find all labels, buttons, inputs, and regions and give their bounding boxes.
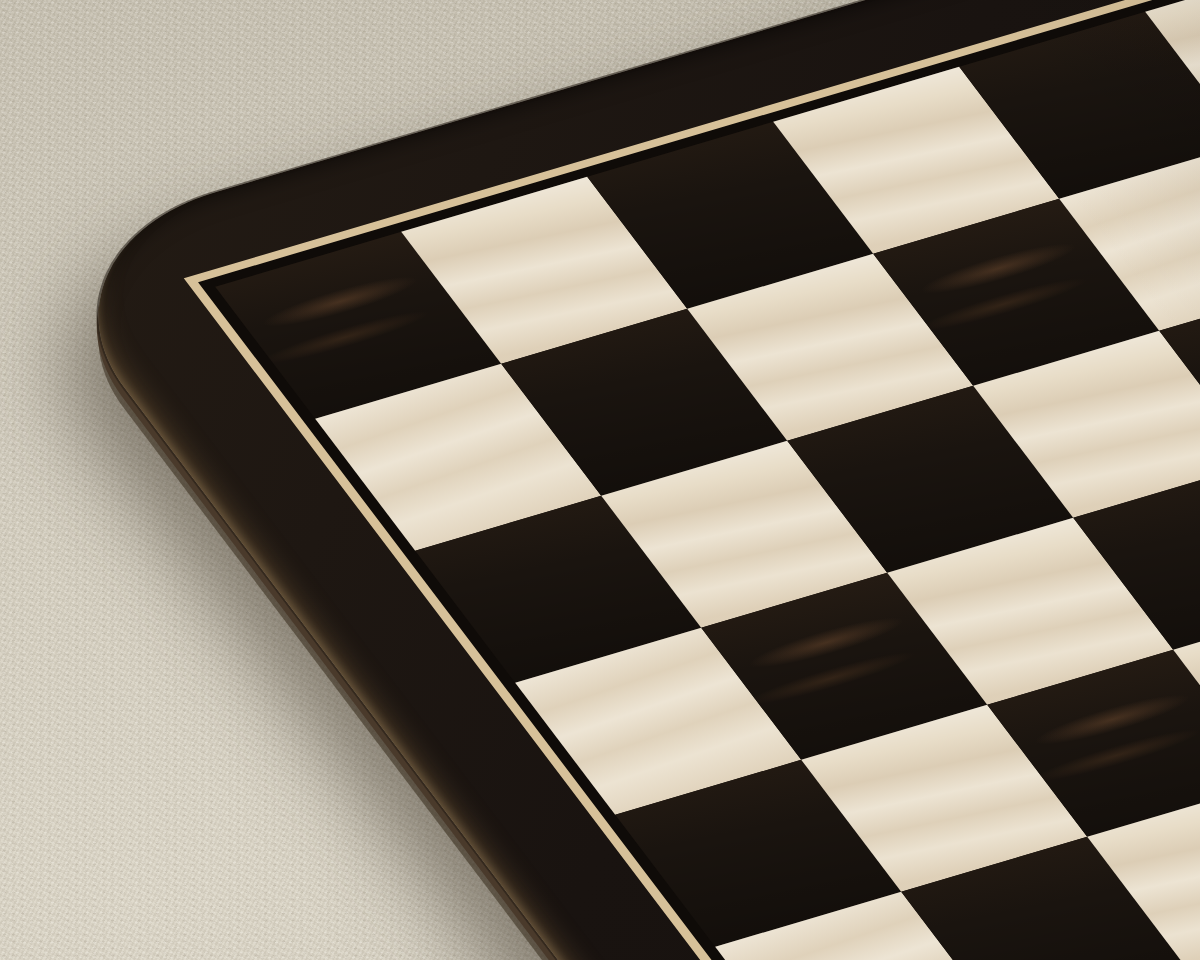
chessboard-photo-scene — [0, 0, 1200, 960]
